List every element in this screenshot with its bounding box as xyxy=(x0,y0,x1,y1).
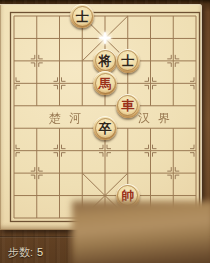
steps-value: 5 xyxy=(37,246,43,258)
piece-black-advisor[interactable]: 士 xyxy=(116,49,140,73)
piece-glyph: 士 xyxy=(76,10,89,23)
last-move-marker xyxy=(96,29,114,47)
xiangqi-app: 楚河 汉界 士将士馬車卒帥 步数: 5 xyxy=(0,0,210,263)
piece-black-general[interactable]: 将 xyxy=(93,49,117,73)
piece-glyph: 士 xyxy=(121,54,134,67)
piece-glyph: 馬 xyxy=(99,77,112,90)
river-label-chu-he: 楚河 xyxy=(49,110,89,127)
piece-glyph: 車 xyxy=(121,99,134,112)
piece-glyph: 卒 xyxy=(99,122,112,135)
piece-red-chariot[interactable]: 車 xyxy=(116,94,140,118)
blurred-overlay xyxy=(72,201,210,263)
piece-glyph: 将 xyxy=(99,54,112,67)
river-label-han-jie: 汉界 xyxy=(138,110,178,127)
status-bar: 步数: 5 xyxy=(8,245,43,260)
steps-label: 步数: xyxy=(8,245,33,260)
